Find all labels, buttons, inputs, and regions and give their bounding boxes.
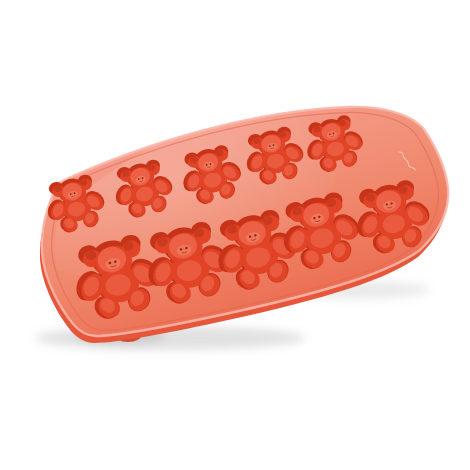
product-photo-canvas bbox=[0, 0, 470, 470]
product-photo bbox=[0, 0, 470, 470]
